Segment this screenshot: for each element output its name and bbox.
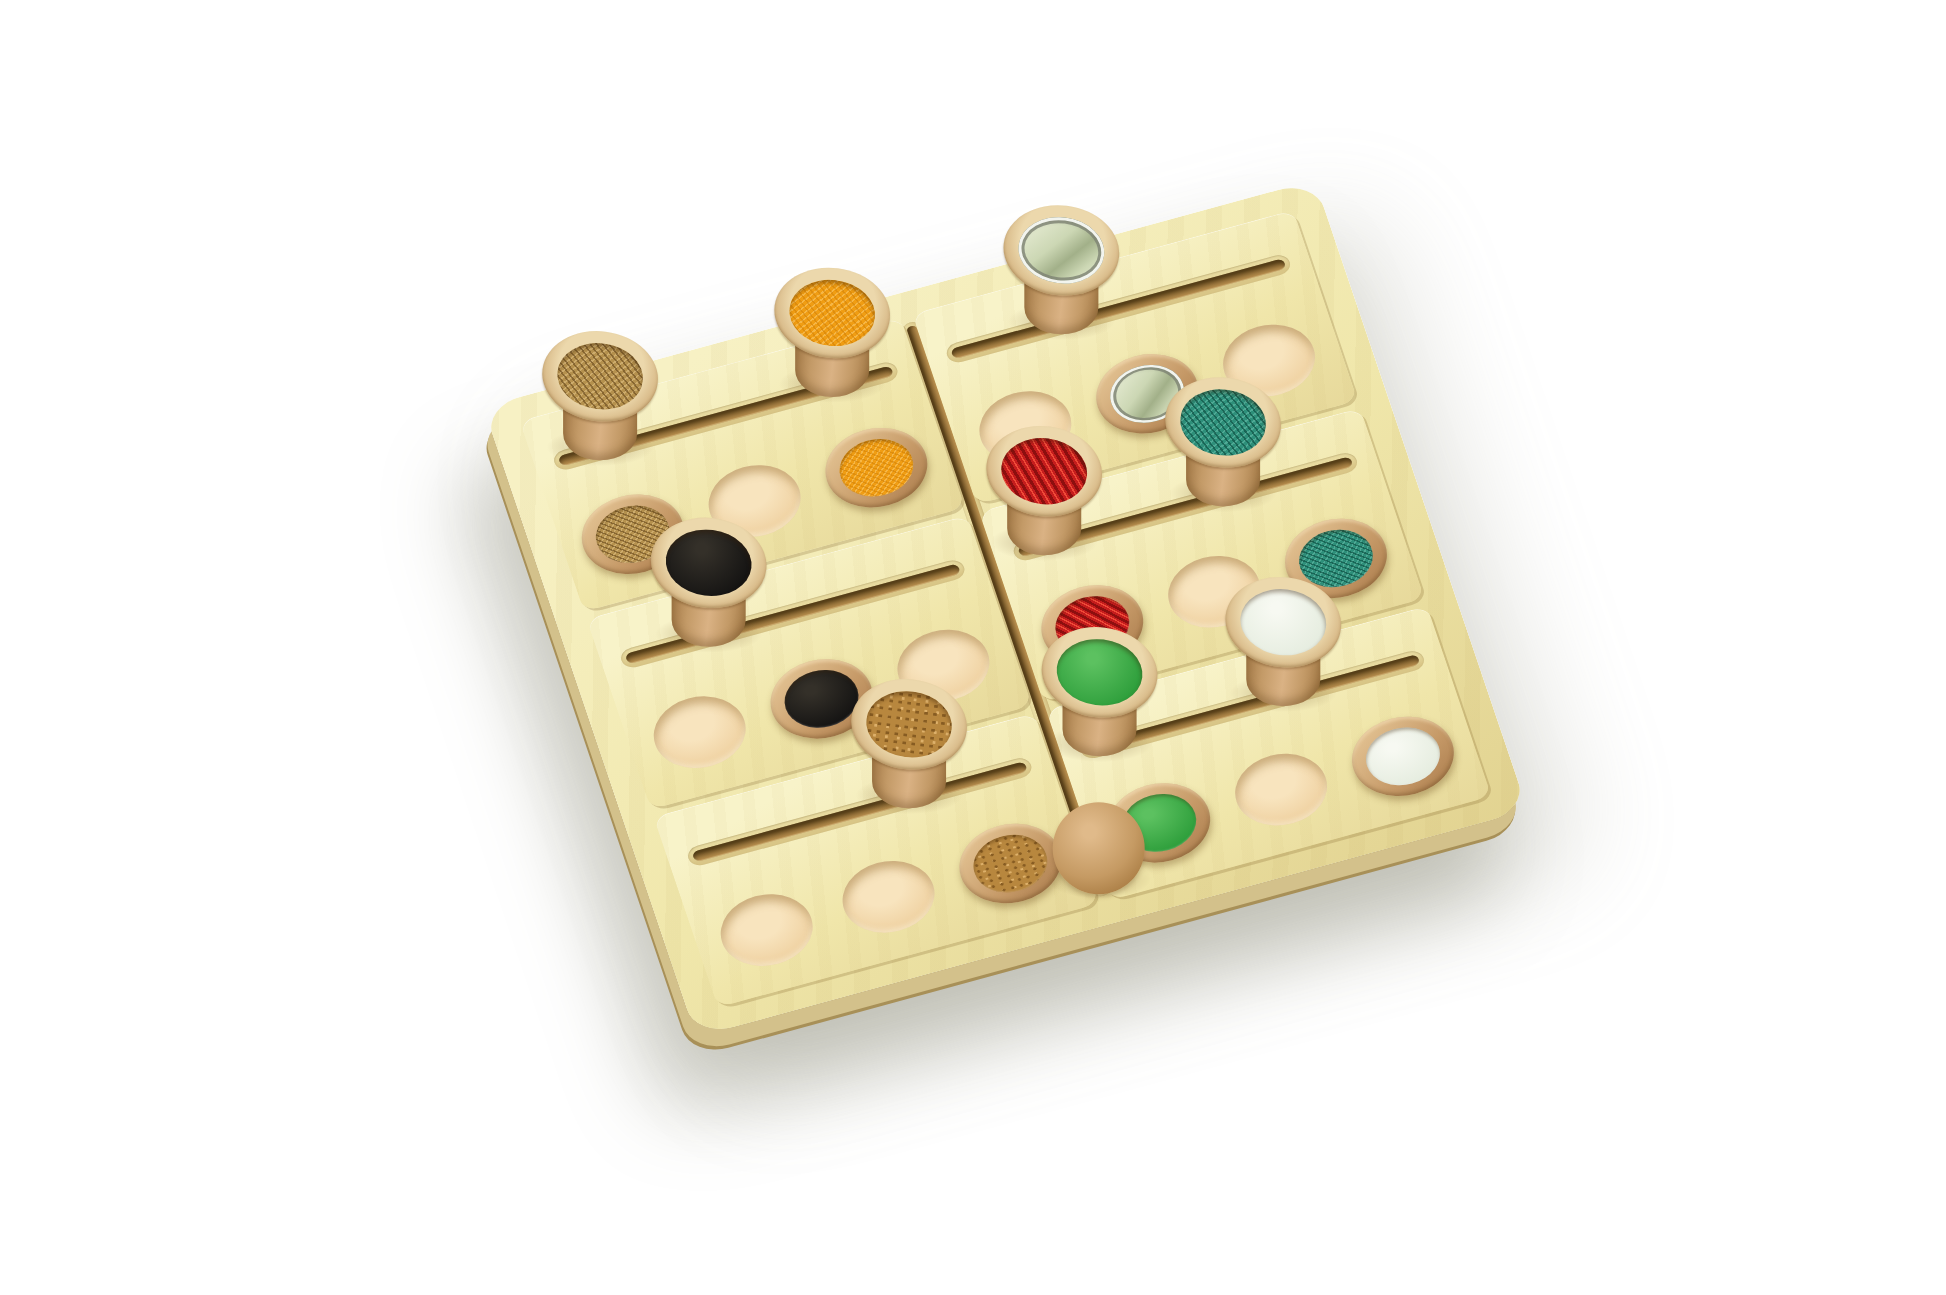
ball-sphere xyxy=(1053,802,1145,894)
board xyxy=(483,180,1528,1037)
empty-recess xyxy=(1225,744,1337,836)
photo-canvas xyxy=(0,0,1946,1295)
disc-face-white xyxy=(1358,719,1448,793)
texture-disc-white[interactable] xyxy=(1341,706,1465,808)
empty-recess xyxy=(711,884,823,976)
empty-recess xyxy=(644,686,756,778)
texture-disc-orange[interactable] xyxy=(815,417,939,519)
texture-disc-cork[interactable] xyxy=(948,813,1072,915)
disc-face-orange xyxy=(832,431,922,505)
disc-face-cork xyxy=(965,827,1055,901)
empty-recess xyxy=(833,851,945,943)
